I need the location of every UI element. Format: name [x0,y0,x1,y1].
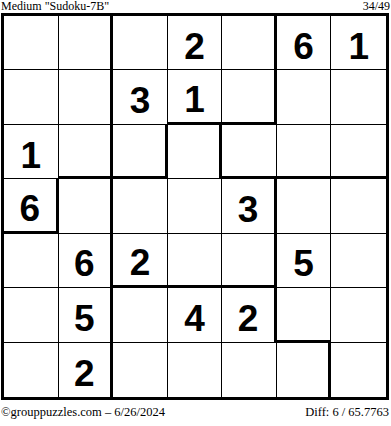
puzzle-title: Medium "Sudoku-7B" [1,0,109,13]
cell-r2c2 [59,70,114,124]
cell-r3c6 [277,125,332,179]
copyright-text: ©grouppuzzles.com – 6/26/2024 [1,404,165,420]
cell-r6c2: 5 [59,288,114,342]
cell-r4c1: 6 [4,179,59,233]
cell-r5c5 [222,234,277,288]
cell-r5c6: 5 [277,234,332,288]
cell-r3c4 [168,125,223,179]
cell-r6c3 [113,288,168,342]
cell-r1c4: 2 [168,16,223,70]
cell-r5c4 [168,234,223,288]
cell-r4c7 [331,179,386,233]
cell-r4c5: 3 [222,179,277,233]
cell-r3c3 [113,125,168,179]
cell-r7c1 [4,343,59,397]
cell-r1c5 [222,16,277,70]
header: Medium "Sudoku-7B" 34/49 [1,0,390,13]
cell-r1c6: 6 [277,16,332,70]
cell-r4c2 [59,179,114,233]
cell-r2c4: 1 [168,70,223,124]
cell-r4c4 [168,179,223,233]
cell-r7c2: 2 [59,343,114,397]
difficulty-text: Diff: 6 / 65.7763 [305,404,389,420]
footer: ©grouppuzzles.com – 6/26/2024 Diff: 6 / … [1,404,389,424]
cell-r2c7 [331,70,386,124]
cell-r2c6 [277,70,332,124]
cell-r4c6 [277,179,332,233]
cell-r2c1 [4,70,59,124]
cell-r1c1 [4,16,59,70]
cell-r7c4 [168,343,223,397]
cell-r1c2 [59,16,114,70]
cell-r6c7 [331,288,386,342]
cell-r6c4: 4 [168,288,223,342]
cell-r6c5: 2 [222,288,277,342]
cell-r5c7 [331,234,386,288]
cell-r5c2: 6 [59,234,114,288]
cell-r1c7: 1 [331,16,386,70]
cell-r7c3 [113,343,168,397]
cell-r3c5 [222,125,277,179]
cell-r2c3: 3 [113,70,168,124]
cell-r1c3 [113,16,168,70]
cell-r3c2 [59,125,114,179]
cell-r5c1 [4,234,59,288]
cell-r2c5 [222,70,277,124]
cell-r6c6 [277,288,332,342]
cell-r7c6 [277,343,332,397]
sudoku-board: 261311636255422 [1,13,389,400]
cell-r7c7 [331,343,386,397]
cell-r4c3 [113,179,168,233]
cell-r5c3: 2 [113,234,168,288]
progress-counter: 34/49 [363,0,390,13]
cell-r6c1 [4,288,59,342]
cell-r3c7 [331,125,386,179]
cell-r7c5 [222,343,277,397]
cell-r3c1: 1 [4,125,59,179]
